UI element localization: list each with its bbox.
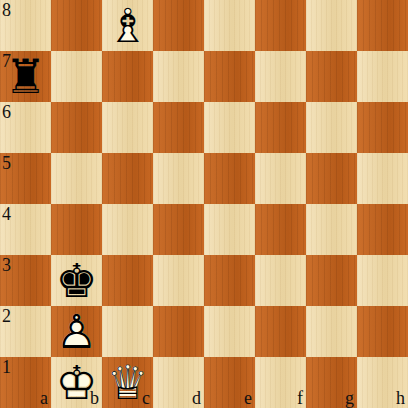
piece-black-king-b3[interactable]: ♚ bbox=[51, 255, 102, 306]
square-a7[interactable]: 7♜ bbox=[0, 51, 51, 102]
file-label-g: g bbox=[345, 389, 354, 408]
square-b3[interactable]: ♚ bbox=[51, 255, 102, 306]
square-h3[interactable] bbox=[357, 255, 408, 306]
rank-label-2: 2 bbox=[2, 306, 11, 326]
rank-label-5: 5 bbox=[2, 153, 11, 173]
rank-label-1: 1 bbox=[2, 357, 11, 377]
square-c1[interactable]: c♛♕ bbox=[102, 357, 153, 408]
rank-label-4: 4 bbox=[2, 204, 11, 224]
file-label-c: c bbox=[142, 389, 150, 408]
square-f2[interactable] bbox=[255, 306, 306, 357]
square-h4[interactable] bbox=[357, 204, 408, 255]
square-c3[interactable] bbox=[102, 255, 153, 306]
square-b6[interactable] bbox=[51, 102, 102, 153]
rank-label-7: 7 bbox=[2, 51, 11, 71]
file-label-f: f bbox=[297, 389, 303, 408]
square-d4[interactable] bbox=[153, 204, 204, 255]
square-h2[interactable] bbox=[357, 306, 408, 357]
square-g1[interactable]: g bbox=[306, 357, 357, 408]
square-d2[interactable] bbox=[153, 306, 204, 357]
file-label-h: h bbox=[396, 389, 405, 408]
file-label-d: d bbox=[192, 389, 201, 408]
square-c5[interactable] bbox=[102, 153, 153, 204]
square-h5[interactable] bbox=[357, 153, 408, 204]
rank-label-6: 6 bbox=[2, 102, 11, 122]
square-h8[interactable] bbox=[357, 0, 408, 51]
square-d7[interactable] bbox=[153, 51, 204, 102]
square-f7[interactable] bbox=[255, 51, 306, 102]
square-f4[interactable] bbox=[255, 204, 306, 255]
square-a1[interactable]: 1a bbox=[0, 357, 51, 408]
square-b1[interactable]: b♚♔ bbox=[51, 357, 102, 408]
square-c6[interactable] bbox=[102, 102, 153, 153]
file-label-e: e bbox=[244, 389, 252, 408]
piece-white-bishop-c8[interactable]: ♝♗ bbox=[102, 0, 153, 51]
square-c8[interactable]: ♝♗ bbox=[102, 0, 153, 51]
square-e4[interactable] bbox=[204, 204, 255, 255]
square-b4[interactable] bbox=[51, 204, 102, 255]
square-d3[interactable] bbox=[153, 255, 204, 306]
square-g6[interactable] bbox=[306, 102, 357, 153]
square-e7[interactable] bbox=[204, 51, 255, 102]
chess-board: 8♝♗7♜6543♚2♟♙1ab♚♔c♛♕defgh bbox=[0, 0, 408, 408]
square-d1[interactable]: d bbox=[153, 357, 204, 408]
square-b7[interactable] bbox=[51, 51, 102, 102]
square-h1[interactable]: h bbox=[357, 357, 408, 408]
square-a2[interactable]: 2 bbox=[0, 306, 51, 357]
square-g8[interactable] bbox=[306, 0, 357, 51]
square-e6[interactable] bbox=[204, 102, 255, 153]
white-bishop-outline-glyph: ♗ bbox=[102, 0, 153, 51]
square-g7[interactable] bbox=[306, 51, 357, 102]
square-e2[interactable] bbox=[204, 306, 255, 357]
square-c2[interactable] bbox=[102, 306, 153, 357]
square-g2[interactable] bbox=[306, 306, 357, 357]
square-c4[interactable] bbox=[102, 204, 153, 255]
square-h6[interactable] bbox=[357, 102, 408, 153]
rank-label-8: 8 bbox=[2, 0, 11, 20]
square-g5[interactable] bbox=[306, 153, 357, 204]
square-d5[interactable] bbox=[153, 153, 204, 204]
square-f1[interactable]: f bbox=[255, 357, 306, 408]
square-g4[interactable] bbox=[306, 204, 357, 255]
piece-white-pawn-b2[interactable]: ♟♙ bbox=[51, 306, 102, 357]
rank-label-3: 3 bbox=[2, 255, 11, 275]
black-king-glyph: ♚ bbox=[51, 255, 102, 306]
file-label-b: b bbox=[90, 389, 99, 408]
square-e5[interactable] bbox=[204, 153, 255, 204]
square-h7[interactable] bbox=[357, 51, 408, 102]
square-g3[interactable] bbox=[306, 255, 357, 306]
square-e8[interactable] bbox=[204, 0, 255, 51]
square-e3[interactable] bbox=[204, 255, 255, 306]
square-f3[interactable] bbox=[255, 255, 306, 306]
square-a4[interactable]: 4 bbox=[0, 204, 51, 255]
square-d8[interactable] bbox=[153, 0, 204, 51]
square-e1[interactable]: e bbox=[204, 357, 255, 408]
square-a6[interactable]: 6 bbox=[0, 102, 51, 153]
square-b2[interactable]: ♟♙ bbox=[51, 306, 102, 357]
white-pawn-outline-glyph: ♙ bbox=[51, 306, 102, 357]
file-label-a: a bbox=[40, 389, 48, 408]
square-f8[interactable] bbox=[255, 0, 306, 51]
square-b5[interactable] bbox=[51, 153, 102, 204]
square-a8[interactable]: 8 bbox=[0, 0, 51, 51]
square-b8[interactable] bbox=[51, 0, 102, 51]
square-f5[interactable] bbox=[255, 153, 306, 204]
square-f6[interactable] bbox=[255, 102, 306, 153]
square-c7[interactable] bbox=[102, 51, 153, 102]
square-a3[interactable]: 3 bbox=[0, 255, 51, 306]
square-a5[interactable]: 5 bbox=[0, 153, 51, 204]
square-d6[interactable] bbox=[153, 102, 204, 153]
